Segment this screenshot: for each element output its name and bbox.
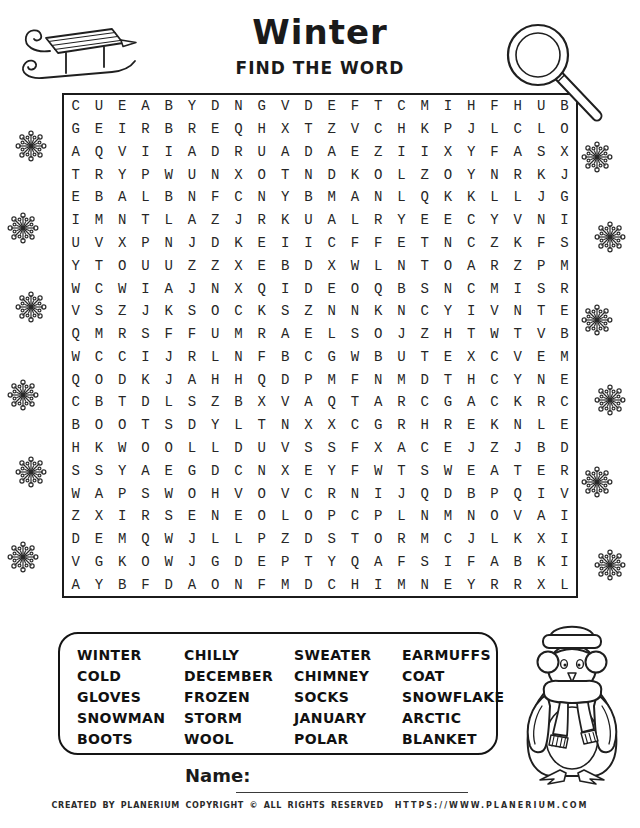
grid-cell: R xyxy=(134,505,157,528)
grid-cell: A xyxy=(180,141,203,164)
snowflake-icon xyxy=(15,291,47,323)
grid-cell: J xyxy=(460,528,483,551)
grid-cell: N xyxy=(297,163,320,186)
grid-cell: B xyxy=(87,391,110,414)
word-list-item: BOOTS xyxy=(77,731,184,752)
snowflake-icon xyxy=(7,541,39,573)
grid-cell: H xyxy=(343,573,366,596)
grid-cell: N xyxy=(460,505,483,528)
grid-cell: T xyxy=(87,254,110,277)
grid-cell: B xyxy=(157,95,180,118)
grid-cell: D xyxy=(553,437,576,460)
grid-cell: K xyxy=(227,232,250,255)
page: Winter FIND THE WORD CUEABYDNGVDEFTCMIHF… xyxy=(0,0,640,828)
grid-cell: B xyxy=(273,346,296,369)
grid-cell: U xyxy=(157,254,180,277)
grid-cell: F xyxy=(204,186,227,209)
grid-cell: L xyxy=(529,414,552,437)
grid-cell: C xyxy=(413,300,436,323)
grid-cell: W xyxy=(483,323,506,346)
word-list-item: POLAR xyxy=(294,731,402,752)
grid-cell: Z xyxy=(180,254,203,277)
grid-cell: O xyxy=(250,505,273,528)
grid-cell: T xyxy=(460,323,483,346)
name-blank-line xyxy=(236,792,468,793)
grid-cell: Z xyxy=(483,232,506,255)
grid-cell: N xyxy=(204,277,227,300)
grid-cell: G xyxy=(87,550,110,573)
grid-cell: D xyxy=(413,368,436,391)
grid-cell: Q xyxy=(320,391,343,414)
grid-cell: D xyxy=(297,95,320,118)
grid-cell: C xyxy=(460,232,483,255)
grid-cell: J xyxy=(134,300,157,323)
grid-cell: E xyxy=(460,459,483,482)
grid-cell: O xyxy=(483,505,506,528)
grid-cell: N xyxy=(111,209,134,232)
grid-cell: O xyxy=(111,414,134,437)
word-list-item: ARCTIC xyxy=(402,710,504,731)
grid-cell: O xyxy=(180,482,203,505)
grid-cell: H xyxy=(227,368,250,391)
grid-cell: F xyxy=(250,346,273,369)
grid-cell: U xyxy=(204,323,227,346)
grid-cell: Y xyxy=(460,141,483,164)
grid-cell: S xyxy=(180,391,203,414)
grid-cell: L xyxy=(553,573,576,596)
grid-cell: I xyxy=(553,505,576,528)
grid-cell: S xyxy=(87,459,110,482)
grid-cell: C xyxy=(297,346,320,369)
grid-cell: Z xyxy=(204,254,227,277)
grid-cell: F xyxy=(343,437,366,460)
grid-cell: J xyxy=(506,437,529,460)
grid-cell: E xyxy=(553,368,576,391)
grid-cell: U xyxy=(87,95,110,118)
grid-cell: D xyxy=(297,254,320,277)
grid-cell: S xyxy=(529,277,552,300)
grid-cell: O xyxy=(204,573,227,596)
grid-cell: T xyxy=(134,414,157,437)
grid-cell: N xyxy=(273,414,296,437)
grid-cell: S xyxy=(413,550,436,573)
grid-cell: B xyxy=(227,391,250,414)
grid-cell: C xyxy=(87,346,110,369)
grid-cell: A xyxy=(483,550,506,573)
grid-cell: U xyxy=(390,346,413,369)
grid-cell: V xyxy=(273,437,296,460)
grid-cell: K xyxy=(529,550,552,573)
grid-cell: X xyxy=(460,346,483,369)
grid-cell: S xyxy=(157,505,180,528)
grid-cell: K xyxy=(436,186,459,209)
grid-cell: G xyxy=(553,186,576,209)
grid-cell: L xyxy=(227,528,250,551)
grid-cell: S xyxy=(553,232,576,255)
grid-cell: M xyxy=(320,368,343,391)
grid-cell: J xyxy=(460,437,483,460)
grid-cell: L xyxy=(157,391,180,414)
grid-cell: N xyxy=(250,459,273,482)
grid-cell: L xyxy=(180,437,203,460)
grid-cell: D xyxy=(157,573,180,596)
grid-cell: E xyxy=(227,505,250,528)
grid-cell: F xyxy=(343,368,366,391)
grid-cell: E xyxy=(343,141,366,164)
grid-cell: C xyxy=(64,391,87,414)
grid-cell: D xyxy=(227,550,250,573)
grid-cell: B xyxy=(367,346,390,369)
grid-cell: L xyxy=(483,528,506,551)
grid-cell: N xyxy=(506,414,529,437)
word-list-item: SOCKS xyxy=(294,689,402,710)
grid-cell: K xyxy=(343,163,366,186)
grid-cell: E xyxy=(436,437,459,460)
grid-cell: T xyxy=(529,300,552,323)
grid-cell: A xyxy=(367,391,390,414)
grid-cell: C xyxy=(367,118,390,141)
grid-cell: M xyxy=(413,95,436,118)
grid-cell: A xyxy=(460,391,483,414)
grid-cell: Z xyxy=(111,300,134,323)
grid-cell: Y xyxy=(483,209,506,232)
grid-cell: G xyxy=(180,459,203,482)
grid-cell: E xyxy=(390,232,413,255)
grid-cell: V xyxy=(553,482,576,505)
grid-cell: R xyxy=(87,163,110,186)
grid-cell: D xyxy=(297,528,320,551)
grid-cell: I xyxy=(134,346,157,369)
grid-cell: M xyxy=(483,277,506,300)
grid-cell: Q xyxy=(227,118,250,141)
grid-cell: D xyxy=(204,95,227,118)
grid-cell: O xyxy=(343,277,366,300)
grid-cell: E xyxy=(250,550,273,573)
grid-cell: K xyxy=(134,368,157,391)
grid-cell: V xyxy=(343,118,366,141)
grid-cell: A xyxy=(390,437,413,460)
word-list-item: COAT xyxy=(402,668,504,689)
grid-cell: Z xyxy=(204,209,227,232)
footer: CREATED BY PLANERIUM COPYRIGHT © ALL RIG… xyxy=(0,801,640,810)
grid-cell: M xyxy=(87,209,110,232)
grid-cell: N xyxy=(529,368,552,391)
grid-cell: I xyxy=(529,482,552,505)
grid-cell: A xyxy=(343,186,366,209)
grid-cell: R xyxy=(250,209,273,232)
grid-cell: D xyxy=(204,141,227,164)
grid-cell: L xyxy=(343,209,366,232)
grid-cell: Y xyxy=(111,459,134,482)
grid-cell: C xyxy=(320,232,343,255)
grid-cell: C xyxy=(297,482,320,505)
grid-cell: K xyxy=(250,300,273,323)
word-list-item: DECEMBER xyxy=(184,668,294,689)
grid-cell: X xyxy=(227,163,250,186)
grid-cell: H xyxy=(436,323,459,346)
grid-cell: T xyxy=(64,163,87,186)
grid-cell: N xyxy=(227,573,250,596)
grid-cell: M xyxy=(87,323,110,346)
grid-cell: Y xyxy=(436,300,459,323)
grid-cell: K xyxy=(483,414,506,437)
grid-cell: B xyxy=(64,414,87,437)
grid-cell: W xyxy=(111,437,134,460)
grid-cell: Y xyxy=(506,368,529,391)
grid-cell: J xyxy=(180,232,203,255)
grid-cell: L xyxy=(227,414,250,437)
grid-cell: N xyxy=(436,232,459,255)
grid-cell: Q xyxy=(64,323,87,346)
grid-cell: Y xyxy=(87,573,110,596)
grid-cell: C xyxy=(553,391,576,414)
grid-cell: I xyxy=(273,232,296,255)
grid-cell: S xyxy=(413,459,436,482)
grid-cell: W xyxy=(157,482,180,505)
grid-cell: Y xyxy=(273,186,296,209)
grid-cell: O xyxy=(87,414,110,437)
grid-cell: K xyxy=(111,550,134,573)
word-list-item: WINTER xyxy=(77,647,184,668)
grid-cell: D xyxy=(134,391,157,414)
grid-cell: D xyxy=(204,459,227,482)
grid-cell: A xyxy=(134,459,157,482)
grid-cell: S xyxy=(529,141,552,164)
grid-cell: L xyxy=(506,186,529,209)
grid-cell: R xyxy=(553,277,576,300)
grid-cell: A xyxy=(64,573,87,596)
grid-cell: A xyxy=(320,141,343,164)
grid-cell: T xyxy=(111,391,134,414)
word-list-item: GLOVES xyxy=(77,689,184,710)
grid-cell: R xyxy=(529,391,552,414)
grid-cell: P xyxy=(320,505,343,528)
grid-cell: S xyxy=(180,300,203,323)
grid-cell: J xyxy=(180,277,203,300)
grid-cell: H xyxy=(413,414,436,437)
grid-cell: P xyxy=(134,163,157,186)
grid-cell: I xyxy=(297,232,320,255)
grid-cell: N xyxy=(157,232,180,255)
grid-cell: O xyxy=(157,437,180,460)
grid-cell: I xyxy=(111,118,134,141)
grid-cell: M xyxy=(390,573,413,596)
grid-cell: X xyxy=(227,277,250,300)
grid-cell: F xyxy=(343,459,366,482)
grid-cell: T xyxy=(413,232,436,255)
grid-cell: E xyxy=(297,459,320,482)
grid-cell: E xyxy=(436,209,459,232)
grid-cell: C xyxy=(343,505,366,528)
grid-cell: A xyxy=(460,254,483,277)
grid-cell: K xyxy=(273,209,296,232)
grid-cell: X xyxy=(87,505,110,528)
grid-cell: Q xyxy=(87,141,110,164)
grid-cell: F xyxy=(460,550,483,573)
grid-cell: A xyxy=(180,209,203,232)
word-list-item: CHIMNEY xyxy=(294,668,402,689)
grid-cell: B xyxy=(87,186,110,209)
grid-cell: H xyxy=(460,95,483,118)
grid-cell: C xyxy=(390,95,413,118)
grid-cell: T xyxy=(506,459,529,482)
grid-cell: E xyxy=(553,300,576,323)
grid-cell: V xyxy=(64,550,87,573)
grid-cell: B xyxy=(390,277,413,300)
grid-cell: E xyxy=(204,118,227,141)
grid-cell: Y xyxy=(390,209,413,232)
grid-cell: O xyxy=(436,254,459,277)
grid-cell: Z xyxy=(483,437,506,460)
grid-cell: Z xyxy=(413,163,436,186)
grid-cell: B xyxy=(460,482,483,505)
grid-cell: O xyxy=(250,163,273,186)
grid-cell: V xyxy=(64,300,87,323)
grid-cell: N xyxy=(367,368,390,391)
grid-cell: E xyxy=(436,346,459,369)
grid-cell: R xyxy=(111,323,134,346)
grid-cell: I xyxy=(436,95,459,118)
grid-cell: F xyxy=(157,323,180,346)
grid-cell: I xyxy=(460,300,483,323)
grid-cell: A xyxy=(529,505,552,528)
grid-cell: X xyxy=(553,141,576,164)
grid-cell: E xyxy=(553,414,576,437)
grid-cell: L xyxy=(204,528,227,551)
grid-cell: W xyxy=(343,254,366,277)
grid-cell: H xyxy=(460,368,483,391)
grid-cell: U xyxy=(250,437,273,460)
grid-cell: P xyxy=(134,232,157,255)
grid-cell: X xyxy=(273,118,296,141)
grid-cell: G xyxy=(64,118,87,141)
grid-cell: E xyxy=(320,277,343,300)
grid-cell: Y xyxy=(64,254,87,277)
grid-cell: K xyxy=(460,186,483,209)
grid-cell: M xyxy=(111,528,134,551)
grid-cell: R xyxy=(483,573,506,596)
grid-cell: D xyxy=(297,277,320,300)
grid-cell: O xyxy=(111,254,134,277)
grid-cell: T xyxy=(343,391,366,414)
grid-cell: S xyxy=(273,300,296,323)
grid-cell: O xyxy=(250,482,273,505)
grid-cell: A xyxy=(367,550,390,573)
grid-cell: N xyxy=(529,209,552,232)
grid-cell: N xyxy=(343,482,366,505)
grid-cell: O xyxy=(134,550,157,573)
grid-cell: Z xyxy=(297,300,320,323)
grid-cell: C xyxy=(227,186,250,209)
grid-cell: R xyxy=(180,346,203,369)
grid-cell: V xyxy=(227,482,250,505)
grid-cell: I xyxy=(134,141,157,164)
grid-cell: X xyxy=(367,437,390,460)
grid-cell: I xyxy=(111,505,134,528)
grid-cell: L xyxy=(204,346,227,369)
grid-cell: R xyxy=(250,323,273,346)
grid-cell: T xyxy=(343,528,366,551)
grid-cell: W xyxy=(367,459,390,482)
grid-cell: O xyxy=(204,300,227,323)
grid-cell: E xyxy=(87,118,110,141)
word-list-item: EARMUFFS xyxy=(402,647,504,668)
grid-cell: U xyxy=(134,254,157,277)
grid-cell: L xyxy=(204,437,227,460)
grid-cell: K xyxy=(87,437,110,460)
grid-cell: R xyxy=(436,414,459,437)
grid-cell: Y xyxy=(320,550,343,573)
grid-cell: Y xyxy=(204,414,227,437)
word-list-item: FROZEN xyxy=(184,689,294,710)
grid-cell: C xyxy=(483,346,506,369)
grid-cell: F xyxy=(367,232,390,255)
grid-cell: W xyxy=(157,163,180,186)
grid-cell: D xyxy=(297,141,320,164)
grid-cell: T xyxy=(134,209,157,232)
grid-cell: T xyxy=(506,323,529,346)
grid-cell: N xyxy=(390,300,413,323)
grid-cell: D xyxy=(273,368,296,391)
grid-cell: A xyxy=(506,141,529,164)
grid-cell: L xyxy=(367,254,390,277)
grid-cell: L xyxy=(134,186,157,209)
grid-cell: F xyxy=(390,550,413,573)
grid-cell: C xyxy=(343,414,366,437)
grid-cell: O xyxy=(367,163,390,186)
grid-cell: D xyxy=(297,573,320,596)
grid-cell: M xyxy=(390,368,413,391)
grid-cell: U xyxy=(297,209,320,232)
grid-cell: G xyxy=(367,414,390,437)
grid-cell: R xyxy=(227,141,250,164)
grid-cell: Y xyxy=(460,573,483,596)
magnifying-glass-icon xyxy=(498,18,618,123)
grid-cell: E xyxy=(436,573,459,596)
grid-cell: J xyxy=(390,482,413,505)
grid-cell: X xyxy=(111,232,134,255)
grid-cell: I xyxy=(64,209,87,232)
grid-cell: P xyxy=(436,118,459,141)
grid-cell: J xyxy=(180,550,203,573)
grid-cell: E xyxy=(111,95,134,118)
grid-cell: O xyxy=(87,368,110,391)
grid-cell: D xyxy=(227,437,250,460)
grid-cell: N xyxy=(204,163,227,186)
grid-cell: H xyxy=(64,437,87,460)
grid-cell: C xyxy=(111,346,134,369)
grid-cell: W xyxy=(157,550,180,573)
grid-cell: P xyxy=(250,528,273,551)
grid-cell: M xyxy=(320,186,343,209)
snowflake-icon xyxy=(581,304,613,336)
grid-cell: X xyxy=(250,391,273,414)
word-list-item: BLANKET xyxy=(402,731,504,752)
grid-cell: A xyxy=(483,459,506,482)
grid-cell: C xyxy=(483,391,506,414)
grid-cell: Y xyxy=(111,163,134,186)
grid-cell: O xyxy=(297,505,320,528)
grid-cell: R xyxy=(553,459,576,482)
grid-cell: N xyxy=(436,277,459,300)
snowflake-icon xyxy=(594,549,626,581)
grid-cell: W xyxy=(436,459,459,482)
grid-cell: Y xyxy=(460,163,483,186)
grid-cell: N xyxy=(227,346,250,369)
grid-cell: C xyxy=(436,528,459,551)
grid-cell: Q xyxy=(64,368,87,391)
grid-cell: D xyxy=(204,232,227,255)
